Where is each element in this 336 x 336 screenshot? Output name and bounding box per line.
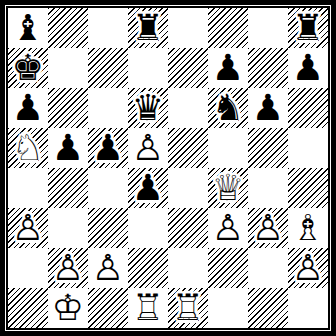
- square-e4[interactable]: [168, 168, 208, 208]
- square-h4[interactable]: [288, 168, 328, 208]
- piece-black-pawn: ♟: [248, 88, 288, 128]
- square-f7[interactable]: ♟: [208, 48, 248, 88]
- white-pawn-outline: ♙: [88, 248, 128, 288]
- square-g7[interactable]: [248, 48, 288, 88]
- white-rook-glyph: ♜: [128, 288, 168, 328]
- square-e8[interactable]: [168, 8, 208, 48]
- white-pawn-glyph: ♟: [128, 128, 168, 168]
- square-e3[interactable]: [168, 208, 208, 248]
- square-d3[interactable]: [128, 208, 168, 248]
- piece-black-pawn: ♟: [8, 88, 48, 128]
- chess-board: ♝♜♜♚♟♟♟♛♞♟♞♘♟♟♟♙♟♛♕♟♙♟♙♟♙♝♗♟♙♟♙♟♙♚♔♜♖♜♖: [8, 8, 328, 328]
- square-b6[interactable]: [48, 88, 88, 128]
- square-d6[interactable]: ♛: [128, 88, 168, 128]
- piece-black-bishop: ♝: [8, 8, 48, 48]
- square-f4[interactable]: ♛♕: [208, 168, 248, 208]
- white-bishop-glyph: ♝: [288, 208, 328, 248]
- square-e1[interactable]: ♜♖: [168, 288, 208, 328]
- piece-white-pawn: ♟♙: [288, 248, 328, 288]
- square-b4[interactable]: [48, 168, 88, 208]
- white-pawn-outline: ♙: [248, 208, 288, 248]
- square-g6[interactable]: ♟: [248, 88, 288, 128]
- square-d5[interactable]: ♟♙: [128, 128, 168, 168]
- board-frame: ♝♜♜♚♟♟♟♛♞♟♞♘♟♟♟♙♟♛♕♟♙♟♙♟♙♝♗♟♙♟♙♟♙♚♔♜♖♜♖: [0, 0, 336, 336]
- square-d2[interactable]: [128, 248, 168, 288]
- square-c6[interactable]: [88, 88, 128, 128]
- piece-white-knight: ♞♘: [8, 128, 48, 168]
- square-c2[interactable]: ♟♙: [88, 248, 128, 288]
- piece-black-queen: ♛: [128, 88, 168, 128]
- white-pawn-glyph: ♟: [8, 208, 48, 248]
- square-h2[interactable]: ♟♙: [288, 248, 328, 288]
- square-a6[interactable]: ♟: [8, 88, 48, 128]
- black-knight-glyph: ♞: [208, 88, 248, 128]
- square-h3[interactable]: ♝♗: [288, 208, 328, 248]
- white-king-glyph: ♚: [48, 288, 88, 328]
- black-pawn-glyph: ♟: [248, 88, 288, 128]
- white-rook-outline: ♖: [168, 288, 208, 328]
- square-c7[interactable]: [88, 48, 128, 88]
- square-h5[interactable]: [288, 128, 328, 168]
- white-knight-glyph: ♞: [8, 128, 48, 168]
- square-f1[interactable]: [208, 288, 248, 328]
- white-pawn-glyph: ♟: [208, 208, 248, 248]
- piece-white-rook: ♜♖: [128, 288, 168, 328]
- black-rook-glyph: ♜: [128, 8, 168, 48]
- square-g4[interactable]: [248, 168, 288, 208]
- piece-white-pawn: ♟♙: [8, 208, 48, 248]
- black-king-glyph: ♚: [8, 48, 48, 88]
- piece-black-pawn: ♟: [48, 128, 88, 168]
- square-e7[interactable]: [168, 48, 208, 88]
- black-pawn-glyph: ♟: [128, 168, 168, 208]
- white-pawn-outline: ♙: [128, 128, 168, 168]
- square-a2[interactable]: [8, 248, 48, 288]
- square-a5[interactable]: ♞♘: [8, 128, 48, 168]
- white-pawn-outline: ♙: [208, 208, 248, 248]
- white-pawn-outline: ♙: [288, 248, 328, 288]
- square-b8[interactable]: [48, 8, 88, 48]
- piece-black-pawn: ♟: [128, 168, 168, 208]
- square-h7[interactable]: ♟: [288, 48, 328, 88]
- square-d8[interactable]: ♜: [128, 8, 168, 48]
- square-c1[interactable]: [88, 288, 128, 328]
- white-pawn-glyph: ♟: [88, 248, 128, 288]
- white-pawn-glyph: ♟: [48, 248, 88, 288]
- square-h8[interactable]: ♜: [288, 8, 328, 48]
- black-bishop-glyph: ♝: [8, 8, 48, 48]
- square-d7[interactable]: [128, 48, 168, 88]
- piece-white-king: ♚♔: [48, 288, 88, 328]
- board-inner-frame: ♝♜♜♚♟♟♟♛♞♟♞♘♟♟♟♙♟♛♕♟♙♟♙♟♙♝♗♟♙♟♙♟♙♚♔♜♖♜♖: [6, 6, 330, 330]
- square-a3[interactable]: ♟♙: [8, 208, 48, 248]
- square-g5[interactable]: [248, 128, 288, 168]
- white-rook-glyph: ♜: [168, 288, 208, 328]
- black-queen-glyph: ♛: [128, 88, 168, 128]
- square-c5[interactable]: ♟: [88, 128, 128, 168]
- white-queen-glyph: ♛: [208, 168, 248, 208]
- piece-black-king: ♚: [8, 48, 48, 88]
- square-a1[interactable]: [8, 288, 48, 328]
- piece-black-rook: ♜: [128, 8, 168, 48]
- black-pawn-glyph: ♟: [48, 128, 88, 168]
- square-b2[interactable]: ♟♙: [48, 248, 88, 288]
- piece-white-rook: ♜♖: [168, 288, 208, 328]
- white-rook-outline: ♖: [128, 288, 168, 328]
- white-knight-outline: ♘: [8, 128, 48, 168]
- square-h6[interactable]: [288, 88, 328, 128]
- piece-black-pawn: ♟: [288, 48, 328, 88]
- white-pawn-outline: ♙: [48, 248, 88, 288]
- square-e5[interactable]: [168, 128, 208, 168]
- black-pawn-glyph: ♟: [88, 128, 128, 168]
- square-b1[interactable]: ♚♔: [48, 288, 88, 328]
- square-a7[interactable]: ♚: [8, 48, 48, 88]
- square-f8[interactable]: [208, 8, 248, 48]
- square-c3[interactable]: [88, 208, 128, 248]
- piece-black-knight: ♞: [208, 88, 248, 128]
- square-b5[interactable]: ♟: [48, 128, 88, 168]
- black-pawn-glyph: ♟: [208, 48, 248, 88]
- square-e2[interactable]: [168, 248, 208, 288]
- square-g3[interactable]: ♟♙: [248, 208, 288, 248]
- square-f5[interactable]: [208, 128, 248, 168]
- piece-white-pawn: ♟♙: [248, 208, 288, 248]
- piece-black-rook: ♜: [288, 8, 328, 48]
- square-d4[interactable]: ♟: [128, 168, 168, 208]
- white-pawn-outline: ♙: [8, 208, 48, 248]
- piece-white-pawn: ♟♙: [48, 248, 88, 288]
- square-b7[interactable]: [48, 48, 88, 88]
- square-g2[interactable]: [248, 248, 288, 288]
- piece-white-pawn: ♟♙: [88, 248, 128, 288]
- piece-white-pawn: ♟♙: [208, 208, 248, 248]
- piece-black-pawn: ♟: [208, 48, 248, 88]
- square-a8[interactable]: ♝: [8, 8, 48, 48]
- square-e6[interactable]: [168, 88, 208, 128]
- white-pawn-glyph: ♟: [248, 208, 288, 248]
- square-f6[interactable]: ♞: [208, 88, 248, 128]
- black-pawn-glyph: ♟: [8, 88, 48, 128]
- piece-white-pawn: ♟♙: [128, 128, 168, 168]
- square-d1[interactable]: ♜♖: [128, 288, 168, 328]
- white-king-outline: ♔: [48, 288, 88, 328]
- square-g8[interactable]: [248, 8, 288, 48]
- piece-white-bishop: ♝♗: [288, 208, 328, 248]
- square-c4[interactable]: [88, 168, 128, 208]
- square-h1[interactable]: [288, 288, 328, 328]
- square-f3[interactable]: ♟♙: [208, 208, 248, 248]
- white-bishop-outline: ♗: [288, 208, 328, 248]
- square-b3[interactable]: [48, 208, 88, 248]
- square-a4[interactable]: [8, 168, 48, 208]
- black-rook-glyph: ♜: [288, 8, 328, 48]
- white-pawn-glyph: ♟: [288, 248, 328, 288]
- black-pawn-glyph: ♟: [288, 48, 328, 88]
- piece-white-queen: ♛♕: [208, 168, 248, 208]
- square-c8[interactable]: [88, 8, 128, 48]
- piece-black-pawn: ♟: [88, 128, 128, 168]
- square-g1[interactable]: [248, 288, 288, 328]
- white-queen-outline: ♕: [208, 168, 248, 208]
- square-f2[interactable]: [208, 248, 248, 288]
